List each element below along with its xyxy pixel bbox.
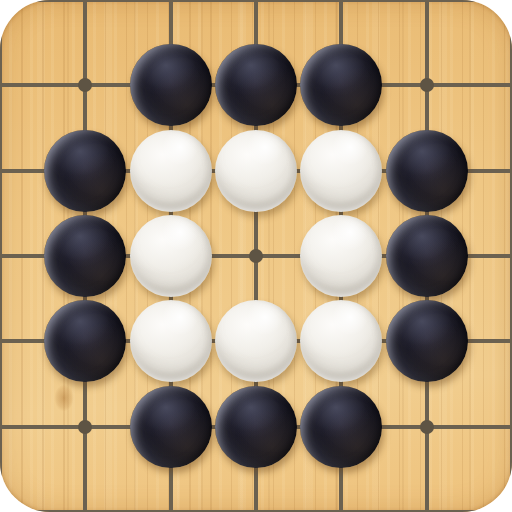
- black-stone: [386, 130, 468, 212]
- black-stone: [300, 44, 382, 126]
- stones-layer: [0, 0, 512, 512]
- white-stone: [300, 130, 382, 212]
- white-stone: [300, 300, 382, 382]
- black-stone: [130, 386, 212, 468]
- black-stone: [300, 386, 382, 468]
- white-stone: [215, 300, 297, 382]
- black-stone: [130, 44, 212, 126]
- white-stone: [130, 300, 212, 382]
- black-stone: [215, 386, 297, 468]
- black-stone: [44, 300, 126, 382]
- white-stone: [215, 130, 297, 212]
- black-stone: [44, 215, 126, 297]
- white-stone: [130, 130, 212, 212]
- white-stone: [300, 215, 382, 297]
- black-stone: [44, 130, 126, 212]
- go-board-icon[interactable]: [0, 0, 512, 512]
- black-stone: [215, 44, 297, 126]
- white-stone: [130, 215, 212, 297]
- black-stone: [386, 215, 468, 297]
- black-stone: [386, 300, 468, 382]
